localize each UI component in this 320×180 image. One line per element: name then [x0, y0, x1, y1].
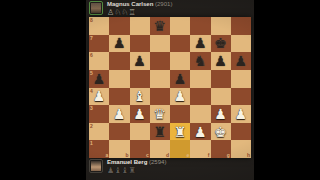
square-f3[interactable] — [190, 105, 210, 123]
square-b8[interactable] — [109, 17, 129, 35]
bottom-player-avatar[interactable] — [89, 159, 103, 173]
file-label-d: d — [166, 152, 169, 158]
file-label-h: h — [247, 152, 250, 158]
square-e7[interactable] — [170, 35, 190, 53]
white-pawn-a4[interactable]: ♟ — [89, 88, 109, 106]
square-d2[interactable]: ♜ — [150, 123, 170, 141]
square-c4[interactable]: ♝ — [130, 88, 150, 106]
square-g5[interactable] — [211, 70, 231, 88]
square-h4[interactable] — [231, 88, 251, 106]
rank-label-2: 2 — [90, 123, 93, 129]
black-pawn-e5[interactable]: ♟ — [170, 70, 190, 88]
square-h3[interactable]: ♟ — [231, 105, 251, 123]
top-player-name: Magnus Carlsen (2901) — [107, 1, 172, 7]
white-king-g2[interactable]: ♚ — [211, 123, 231, 141]
square-f7[interactable]: ♟ — [190, 35, 210, 53]
rank-label-7: 7 — [90, 35, 93, 41]
file-label-g: g — [227, 152, 230, 158]
square-a5[interactable]: 5♟ — [89, 70, 109, 88]
white-bishop-c4[interactable]: ♝ — [130, 88, 150, 106]
white-pawn-f2[interactable]: ♟ — [190, 123, 210, 141]
square-g8[interactable] — [211, 17, 231, 35]
square-g6[interactable]: ♟ — [211, 52, 231, 70]
square-a8[interactable]: 8 — [89, 17, 109, 35]
square-b3[interactable]: ♟ — [109, 105, 129, 123]
square-g4[interactable] — [211, 88, 231, 106]
captured-pieces-tray: ♙♘♘♖ — [107, 9, 136, 17]
square-h1[interactable]: h — [231, 140, 251, 158]
avatar-photo — [91, 161, 101, 171]
square-b4[interactable] — [109, 88, 129, 106]
square-e1[interactable]: e — [170, 140, 190, 158]
square-b1[interactable]: b — [109, 140, 129, 158]
square-a6[interactable]: 6 — [89, 52, 109, 70]
top-captured-piece: ♖ — [129, 8, 136, 17]
rank-label-1: 1 — [90, 140, 93, 146]
black-pawn-b7[interactable]: ♟ — [109, 35, 129, 53]
square-d4[interactable] — [150, 88, 170, 106]
white-pawn-e4[interactable]: ♟ — [170, 88, 190, 106]
square-b7[interactable]: ♟ — [109, 35, 129, 53]
player-rating: (2901) — [155, 1, 172, 7]
bottom-captured-piece: ♜ — [129, 166, 136, 175]
square-h6[interactable]: ♟ — [231, 52, 251, 70]
white-pawn-g3[interactable]: ♟ — [211, 105, 231, 123]
bottom-captured-piece: ♝ — [121, 166, 128, 175]
top-player-bar: Magnus Carlsen (2901) ♙♘♘♖ — [86, 0, 254, 17]
square-e2[interactable]: ♜ — [170, 123, 190, 141]
square-f6[interactable]: ♞ — [190, 52, 210, 70]
top-captured-piece: ♘ — [121, 8, 128, 17]
white-queen-d3[interactable]: ♛ — [150, 105, 170, 123]
square-a7[interactable]: 7 — [89, 35, 109, 53]
square-e8[interactable] — [170, 17, 190, 35]
white-pawn-h3[interactable]: ♟ — [231, 105, 251, 123]
file-label-e: e — [186, 152, 189, 158]
black-knight-f6[interactable]: ♞ — [190, 52, 210, 70]
player-rating: (2594) — [149, 159, 166, 165]
square-c6[interactable]: ♟ — [130, 52, 150, 70]
white-pawn-b3[interactable]: ♟ — [109, 105, 129, 123]
square-f4[interactable] — [190, 88, 210, 106]
square-e6[interactable] — [170, 52, 190, 70]
square-a4[interactable]: 4♟ — [89, 88, 109, 106]
black-pawn-a5[interactable]: ♟ — [89, 70, 109, 88]
white-rook-e2[interactable]: ♜ — [170, 123, 190, 141]
black-pawn-c6[interactable]: ♟ — [130, 52, 150, 70]
black-pawn-f7[interactable]: ♟ — [190, 35, 210, 53]
square-e5[interactable]: ♟ — [170, 70, 190, 88]
square-d3[interactable]: ♛ — [150, 105, 170, 123]
square-g3[interactable]: ♟ — [211, 105, 231, 123]
square-b2[interactable] — [109, 123, 129, 141]
game-column: Magnus Carlsen (2901) ♙♘♘♖ 8♛7♟♟♚6♟♞♟♟5♟… — [86, 0, 254, 180]
black-rook-d2[interactable]: ♜ — [150, 123, 170, 141]
rank-label-8: 8 — [90, 17, 93, 23]
file-label-a: a — [105, 152, 108, 158]
square-g7[interactable]: ♚ — [211, 35, 231, 53]
square-c8[interactable] — [130, 17, 150, 35]
black-pawn-h6[interactable]: ♟ — [231, 52, 251, 70]
square-a1[interactable]: 1a — [89, 140, 109, 158]
black-pawn-g6[interactable]: ♟ — [211, 52, 231, 70]
avatar-photo — [91, 3, 101, 13]
square-h2[interactable] — [231, 123, 251, 141]
square-h5[interactable] — [231, 70, 251, 88]
chess-board[interactable]: 8♛7♟♟♚6♟♞♟♟5♟♟4♟♝♟3♟♟♛♟♟2♜♜♟♚1abcdefgh — [89, 17, 251, 158]
square-c7[interactable] — [130, 35, 150, 53]
black-king-g7[interactable]: ♚ — [211, 35, 231, 53]
player-name-text: Magnus Carlsen — [107, 1, 153, 7]
file-label-b: b — [125, 152, 128, 158]
top-player-avatar[interactable] — [89, 1, 103, 15]
captured-pieces-tray: ♟♝♝♜ — [107, 167, 136, 175]
square-a2[interactable]: 2 — [89, 123, 109, 141]
square-f5[interactable] — [190, 70, 210, 88]
square-e3[interactable] — [170, 105, 190, 123]
rank-label-6: 6 — [90, 52, 93, 58]
file-label-c: c — [146, 152, 149, 158]
square-f2[interactable]: ♟ — [190, 123, 210, 141]
square-c2[interactable] — [130, 123, 150, 141]
video-frame: Magnus Carlsen (2901) ♙♘♘♖ 8♛7♟♟♚6♟♞♟♟5♟… — [0, 0, 320, 180]
bottom-player-bar: Emanuel Berg (2594) ♟♝♝♜ — [86, 158, 254, 180]
square-e4[interactable]: ♟ — [170, 88, 190, 106]
square-h8[interactable] — [231, 17, 251, 35]
rank-label-3: 3 — [90, 105, 93, 111]
square-a3[interactable]: 3 — [89, 105, 109, 123]
bottom-player-name: Emanuel Berg (2594) — [107, 159, 166, 165]
square-h7[interactable] — [231, 35, 251, 53]
square-c5[interactable] — [130, 70, 150, 88]
square-c3[interactable]: ♟ — [130, 105, 150, 123]
square-c1[interactable]: c — [130, 140, 150, 158]
black-queen-d8[interactable]: ♛ — [150, 17, 170, 35]
square-d5[interactable] — [150, 70, 170, 88]
square-d1[interactable]: d — [150, 140, 170, 158]
square-f1[interactable]: f — [190, 140, 210, 158]
file-label-f: f — [208, 152, 210, 158]
square-d6[interactable] — [150, 52, 170, 70]
square-f8[interactable] — [190, 17, 210, 35]
white-pawn-c3[interactable]: ♟ — [130, 105, 150, 123]
square-d7[interactable] — [150, 35, 170, 53]
player-name-text: Emanuel Berg — [107, 159, 147, 165]
square-g2[interactable]: ♚ — [211, 123, 231, 141]
square-g1[interactable]: g — [211, 140, 231, 158]
square-b6[interactable] — [109, 52, 129, 70]
square-b5[interactable] — [109, 70, 129, 88]
square-d8[interactable]: ♛ — [150, 17, 170, 35]
